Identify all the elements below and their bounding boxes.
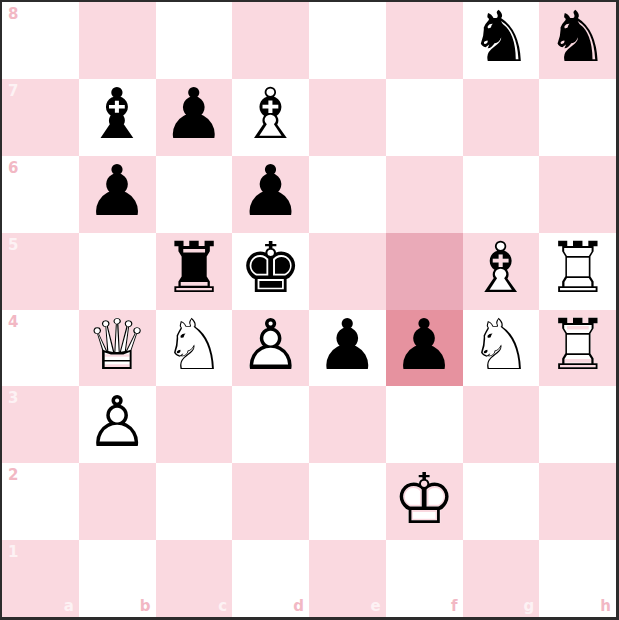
- square-c3[interactable]: [156, 386, 233, 463]
- square-f3[interactable]: [386, 386, 463, 463]
- square-b2[interactable]: [79, 463, 156, 540]
- piece-glyph-fill: ♞: [546, 3, 609, 73]
- black-bishop[interactable]: ♝: [79, 79, 156, 156]
- square-d5[interactable]: ♚: [232, 233, 309, 310]
- square-f5[interactable]: [386, 233, 463, 310]
- square-h3[interactable]: [539, 386, 616, 463]
- piece-glyph-outline: ♗: [469, 233, 532, 303]
- white-bishop[interactable]: ♝♗: [463, 233, 540, 310]
- white-queen[interactable]: ♛♕: [79, 310, 156, 387]
- square-b7[interactable]: ♝: [79, 79, 156, 156]
- piece-glyph-outline: ♕: [86, 310, 149, 380]
- square-h1[interactable]: h: [539, 540, 616, 617]
- square-d1[interactable]: d: [232, 540, 309, 617]
- black-king[interactable]: ♚: [232, 233, 309, 310]
- piece-glyph-outline: ♙: [239, 310, 302, 380]
- black-pawn[interactable]: ♟: [232, 156, 309, 233]
- black-knight[interactable]: ♞: [463, 2, 540, 79]
- rank-label-6: 6: [8, 161, 18, 176]
- square-c7[interactable]: ♟: [156, 79, 233, 156]
- black-rook[interactable]: ♜: [156, 233, 233, 310]
- square-b5[interactable]: [79, 233, 156, 310]
- square-h7[interactable]: [539, 79, 616, 156]
- square-b4[interactable]: ♛♕: [79, 310, 156, 387]
- square-a1[interactable]: 1a: [2, 540, 79, 617]
- white-pawn[interactable]: ♟♙: [232, 310, 309, 387]
- square-d4[interactable]: ♟♙: [232, 310, 309, 387]
- square-e7[interactable]: [309, 79, 386, 156]
- file-label-h: h: [600, 599, 611, 614]
- white-pawn[interactable]: ♟♙: [79, 386, 156, 463]
- square-h6[interactable]: [539, 156, 616, 233]
- square-h5[interactable]: ♜♖: [539, 233, 616, 310]
- square-g7[interactable]: [463, 79, 540, 156]
- rank-label-5: 5: [8, 238, 18, 253]
- square-b8[interactable]: [79, 2, 156, 79]
- square-a6[interactable]: 6: [2, 156, 79, 233]
- square-b3[interactable]: ♟♙: [79, 386, 156, 463]
- file-label-a: a: [64, 599, 74, 614]
- rank-label-8: 8: [8, 7, 18, 22]
- file-label-e: e: [371, 599, 381, 614]
- piece-glyph-fill: ♟: [316, 310, 379, 380]
- piece-glyph-fill: ♝: [86, 80, 149, 150]
- rank-label-7: 7: [8, 84, 18, 99]
- square-a7[interactable]: 7: [2, 79, 79, 156]
- square-c1[interactable]: c: [156, 540, 233, 617]
- square-f2[interactable]: ♚♔: [386, 463, 463, 540]
- rank-label-1: 1: [8, 545, 18, 560]
- square-e5[interactable]: [309, 233, 386, 310]
- square-a5[interactable]: 5: [2, 233, 79, 310]
- piece-glyph-outline: ♘: [469, 310, 532, 380]
- square-g3[interactable]: [463, 386, 540, 463]
- piece-glyph-fill: ♜: [162, 233, 225, 303]
- black-knight[interactable]: ♞: [539, 2, 616, 79]
- file-label-d: d: [293, 599, 304, 614]
- square-e2[interactable]: [309, 463, 386, 540]
- white-king[interactable]: ♚♔: [386, 463, 463, 540]
- file-label-g: g: [524, 599, 535, 614]
- square-a3[interactable]: 3: [2, 386, 79, 463]
- black-pawn[interactable]: ♟: [309, 310, 386, 387]
- piece-glyph-fill: ♞: [469, 3, 532, 73]
- piece-glyph-outline: ♔: [393, 464, 456, 534]
- piece-glyph-outline: ♖: [546, 233, 609, 303]
- piece-glyph-outline: ♙: [86, 387, 149, 457]
- square-c6[interactable]: [156, 156, 233, 233]
- square-g8[interactable]: ♞: [463, 2, 540, 79]
- square-c8[interactable]: [156, 2, 233, 79]
- chess-board: 8♞♞7♝♟♝♗6♟♟5♜♚♝♗♜♖4♛♕♞♘♟♙♟♟♞♘♜♖3♟♙2♚♔1ab…: [2, 2, 616, 617]
- square-d6[interactable]: ♟: [232, 156, 309, 233]
- piece-glyph-fill: ♟: [393, 310, 456, 380]
- square-f7[interactable]: [386, 79, 463, 156]
- square-d3[interactable]: [232, 386, 309, 463]
- file-label-f: f: [451, 599, 458, 614]
- square-a2[interactable]: 2: [2, 463, 79, 540]
- piece-glyph-fill: ♚: [239, 233, 302, 303]
- square-h8[interactable]: ♞: [539, 2, 616, 79]
- rank-label-2: 2: [8, 468, 18, 483]
- piece-glyph-outline: ♖: [546, 310, 609, 380]
- square-f1[interactable]: f: [386, 540, 463, 617]
- white-knight[interactable]: ♞♘: [463, 310, 540, 387]
- square-d7[interactable]: ♝♗: [232, 79, 309, 156]
- piece-glyph-fill: ♟: [162, 80, 225, 150]
- piece-glyph-outline: ♗: [239, 80, 302, 150]
- square-g1[interactable]: g: [463, 540, 540, 617]
- square-h4[interactable]: ♜♖: [539, 310, 616, 387]
- black-pawn[interactable]: ♟: [79, 156, 156, 233]
- square-e6[interactable]: [309, 156, 386, 233]
- file-label-c: c: [218, 599, 227, 614]
- piece-glyph-outline: ♘: [162, 310, 225, 380]
- square-e3[interactable]: [309, 386, 386, 463]
- square-f6[interactable]: [386, 156, 463, 233]
- square-e1[interactable]: e: [309, 540, 386, 617]
- square-e8[interactable]: [309, 2, 386, 79]
- white-knight[interactable]: ♞♘: [156, 310, 233, 387]
- square-c5[interactable]: ♜: [156, 233, 233, 310]
- rank-label-3: 3: [8, 391, 18, 406]
- square-g6[interactable]: [463, 156, 540, 233]
- square-g5[interactable]: ♝♗: [463, 233, 540, 310]
- square-g2[interactable]: [463, 463, 540, 540]
- white-rook[interactable]: ♜♖: [539, 233, 616, 310]
- square-h2[interactable]: [539, 463, 616, 540]
- square-d2[interactable]: [232, 463, 309, 540]
- square-d8[interactable]: [232, 2, 309, 79]
- square-b6[interactable]: ♟: [79, 156, 156, 233]
- square-c4[interactable]: ♞♘: [156, 310, 233, 387]
- black-pawn[interactable]: ♟: [156, 79, 233, 156]
- square-c2[interactable]: [156, 463, 233, 540]
- square-a8[interactable]: 8: [2, 2, 79, 79]
- square-g4[interactable]: ♞♘: [463, 310, 540, 387]
- piece-glyph-fill: ♟: [86, 156, 149, 226]
- rank-label-4: 4: [8, 315, 18, 330]
- black-pawn[interactable]: ♟: [386, 310, 463, 387]
- square-b1[interactable]: b: [79, 540, 156, 617]
- white-rook[interactable]: ♜♖: [539, 310, 616, 387]
- square-f8[interactable]: [386, 2, 463, 79]
- board-frame: 8♞♞7♝♟♝♗6♟♟5♜♚♝♗♜♖4♛♕♞♘♟♙♟♟♞♘♜♖3♟♙2♚♔1ab…: [0, 0, 619, 620]
- square-f4[interactable]: ♟: [386, 310, 463, 387]
- piece-glyph-fill: ♟: [239, 156, 302, 226]
- square-e4[interactable]: ♟: [309, 310, 386, 387]
- file-label-b: b: [140, 599, 151, 614]
- white-bishop[interactable]: ♝♗: [232, 79, 309, 156]
- square-a4[interactable]: 4: [2, 310, 79, 387]
